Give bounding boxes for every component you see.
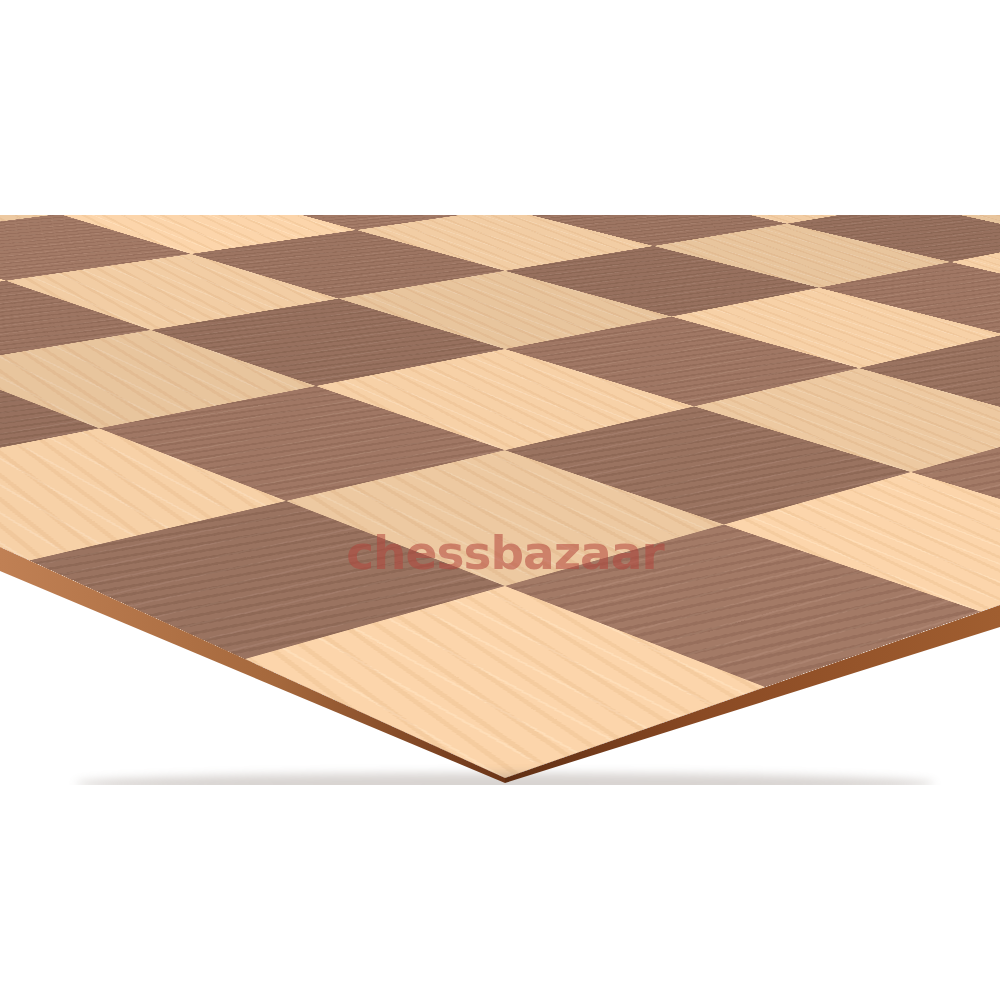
product-photo-page: chessbazaar [0, 0, 1000, 1000]
chess-board [0, 215, 1000, 778]
photo-area: chessbazaar [0, 215, 1000, 785]
